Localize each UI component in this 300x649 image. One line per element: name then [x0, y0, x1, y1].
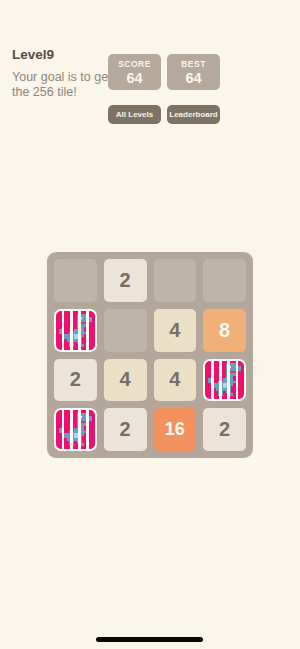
empty-cell: [203, 259, 246, 302]
home-indicator[interactable]: [96, 637, 203, 642]
leaderboard-button[interactable]: Leaderboard: [167, 105, 220, 124]
dino-cage-tile: [54, 309, 97, 352]
tile-8: 8: [203, 309, 246, 352]
caged-dinosaur-icon: [59, 314, 92, 347]
best-label: BEST: [181, 59, 206, 69]
all-levels-button[interactable]: All Levels: [108, 105, 161, 124]
empty-cell: [54, 259, 97, 302]
tile-4: 4: [154, 359, 197, 402]
score-label: SCORE: [118, 59, 151, 69]
empty-cell: [154, 259, 197, 302]
caged-dinosaur-icon: [208, 363, 241, 396]
tile-4: 4: [104, 359, 147, 402]
dino-cage-tile: [203, 359, 246, 402]
level-label: Level9: [12, 47, 54, 62]
board[interactable]: 2482442162: [47, 252, 253, 458]
dino-cage-tile: [54, 408, 97, 451]
tile-2: 2: [104, 259, 147, 302]
best-box: BEST 64: [167, 54, 220, 90]
empty-cell: [104, 309, 147, 352]
tile-4: 4: [154, 309, 197, 352]
tile-2: 2: [54, 359, 97, 402]
score-box: SCORE 64: [108, 54, 161, 90]
score-value: 64: [126, 70, 142, 86]
tile-2: 2: [203, 408, 246, 451]
tile-16: 16: [154, 408, 197, 451]
best-value: 64: [185, 70, 201, 86]
tile-2: 2: [104, 408, 147, 451]
game-screen: Level9 Your goal is to get to the 256 ti…: [0, 0, 300, 649]
caged-dinosaur-icon: [59, 413, 92, 446]
